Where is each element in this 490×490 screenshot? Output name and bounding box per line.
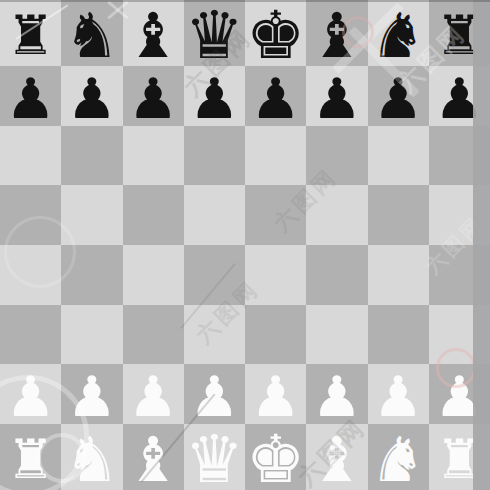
square-a3[interactable] [0, 305, 61, 365]
square-b3[interactable] [61, 305, 122, 365]
square-a7[interactable]: ♟ [0, 66, 61, 126]
chess-diagram: ♜♞♝♛♚♝♞♜♟♟♟♟♟♟♟♟♟♟♟♟♟♟♟♟♜♞♝♛♚♝♞♜ 六图网六图网六… [0, 0, 490, 490]
black-knight-piece: ♞ [64, 5, 120, 67]
square-c2[interactable]: ♟ [123, 364, 184, 424]
white-bishop-piece: ♝ [125, 429, 181, 490]
square-f4[interactable] [306, 245, 367, 305]
black-pawn-piece: ♟ [373, 71, 423, 127]
white-pawn-piece: ♟ [189, 369, 239, 425]
square-f5[interactable] [306, 185, 367, 245]
square-a1[interactable]: ♜ [0, 424, 61, 490]
square-d4[interactable] [184, 245, 245, 305]
square-f1[interactable]: ♝ [306, 424, 367, 490]
white-king-piece: ♚ [246, 427, 305, 490]
square-a4[interactable] [0, 245, 61, 305]
square-g7[interactable]: ♟ [368, 66, 429, 126]
square-d3[interactable] [184, 305, 245, 365]
black-queen-piece: ♛ [185, 3, 244, 69]
square-e4[interactable] [245, 245, 306, 305]
square-g5[interactable] [368, 185, 429, 245]
square-b8[interactable]: ♞ [61, 0, 122, 66]
square-g2[interactable]: ♟ [368, 364, 429, 424]
white-pawn-piece: ♟ [251, 369, 301, 425]
black-king-piece: ♚ [246, 3, 305, 69]
white-pawn-piece: ♟ [373, 369, 423, 425]
square-b1[interactable]: ♞ [61, 424, 122, 490]
square-b4[interactable] [61, 245, 122, 305]
square-a8[interactable]: ♜ [0, 0, 61, 66]
white-pawn-piece: ♟ [6, 369, 56, 425]
square-b5[interactable] [61, 185, 122, 245]
square-e5[interactable] [245, 185, 306, 245]
square-f7[interactable]: ♟ [306, 66, 367, 126]
white-queen-piece: ♛ [185, 427, 244, 490]
square-e8[interactable]: ♚ [245, 0, 306, 66]
square-a5[interactable] [0, 185, 61, 245]
black-bishop-piece: ♝ [309, 5, 365, 67]
white-knight-piece: ♞ [370, 429, 426, 490]
top-edge-shade [0, 0, 490, 2]
square-c6[interactable] [123, 126, 184, 186]
square-f6[interactable] [306, 126, 367, 186]
square-g4[interactable] [368, 245, 429, 305]
square-d2[interactable]: ♟ [184, 364, 245, 424]
square-g6[interactable] [368, 126, 429, 186]
square-c5[interactable] [123, 185, 184, 245]
square-e3[interactable] [245, 305, 306, 365]
square-c8[interactable]: ♝ [123, 0, 184, 66]
chess-board: ♜♞♝♛♚♝♞♜♟♟♟♟♟♟♟♟♟♟♟♟♟♟♟♟♜♞♝♛♚♝♞♜ [0, 0, 490, 490]
white-pawn-piece: ♟ [312, 369, 362, 425]
square-a6[interactable] [0, 126, 61, 186]
black-pawn-piece: ♟ [312, 71, 362, 127]
square-d1[interactable]: ♛ [184, 424, 245, 490]
square-c7[interactable]: ♟ [123, 66, 184, 126]
white-pawn-piece: ♟ [128, 369, 178, 425]
white-knight-piece: ♞ [64, 429, 120, 490]
black-rook-piece: ♜ [6, 9, 54, 63]
white-pawn-piece: ♟ [67, 369, 117, 425]
black-pawn-piece: ♟ [67, 71, 117, 127]
black-pawn-piece: ♟ [251, 71, 301, 127]
square-g1[interactable]: ♞ [368, 424, 429, 490]
black-knight-piece: ♞ [370, 5, 426, 67]
square-e7[interactable]: ♟ [245, 66, 306, 126]
square-d8[interactable]: ♛ [184, 0, 245, 66]
square-d6[interactable] [184, 126, 245, 186]
square-f2[interactable]: ♟ [306, 364, 367, 424]
white-rook-piece: ♜ [6, 433, 54, 487]
square-b6[interactable] [61, 126, 122, 186]
right-edge-shade [473, 0, 490, 490]
square-g3[interactable] [368, 305, 429, 365]
white-bishop-piece: ♝ [309, 429, 365, 490]
square-c3[interactable] [123, 305, 184, 365]
square-c4[interactable] [123, 245, 184, 305]
square-f8[interactable]: ♝ [306, 0, 367, 66]
square-e1[interactable]: ♚ [245, 424, 306, 490]
square-f3[interactable] [306, 305, 367, 365]
black-pawn-piece: ♟ [189, 71, 239, 127]
square-b7[interactable]: ♟ [61, 66, 122, 126]
square-d5[interactable] [184, 185, 245, 245]
black-bishop-piece: ♝ [125, 5, 181, 67]
square-a2[interactable]: ♟ [0, 364, 61, 424]
black-pawn-piece: ♟ [128, 71, 178, 127]
square-g8[interactable]: ♞ [368, 0, 429, 66]
square-e6[interactable] [245, 126, 306, 186]
square-e2[interactable]: ♟ [245, 364, 306, 424]
square-c1[interactable]: ♝ [123, 424, 184, 490]
square-b2[interactable]: ♟ [61, 364, 122, 424]
square-d7[interactable]: ♟ [184, 66, 245, 126]
black-pawn-piece: ♟ [6, 71, 56, 127]
